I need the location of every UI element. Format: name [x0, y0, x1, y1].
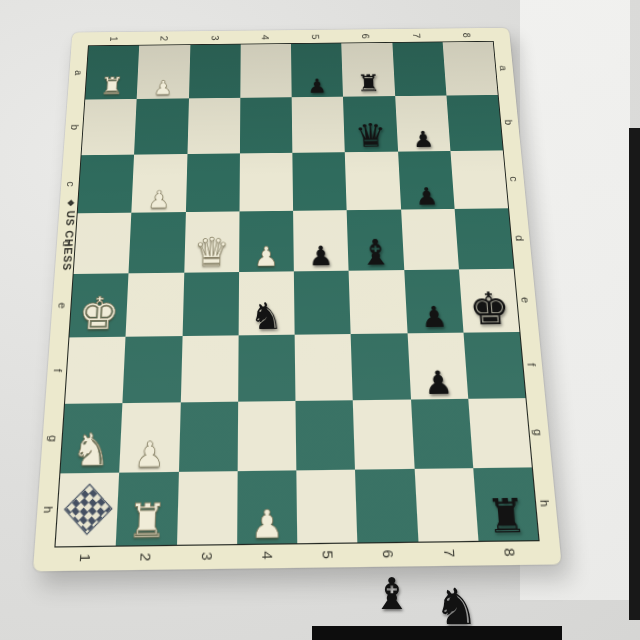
square-b6[interactable]: ♛: [343, 96, 397, 152]
square-f2[interactable]: [123, 336, 182, 403]
square-g5[interactable]: [295, 400, 355, 470]
black-rook-h8[interactable]: ♜: [475, 494, 538, 539]
black-pawn-a5[interactable]: ♟: [291, 77, 343, 96]
square-d1[interactable]: [74, 213, 132, 274]
square-f7[interactable]: ♟: [407, 333, 468, 400]
black-king-e8[interactable]: ♚: [460, 288, 519, 331]
square-e4[interactable]: ♞: [238, 271, 294, 335]
us-chess-corner-emblem: [65, 485, 111, 533]
square-h6[interactable]: [355, 469, 418, 543]
square-e5[interactable]: [294, 271, 351, 335]
white-king-e1[interactable]: ♚: [69, 293, 127, 336]
square-e7[interactable]: ♟: [404, 269, 463, 333]
square-f1[interactable]: [65, 337, 126, 404]
square-c2[interactable]: ♟: [132, 154, 187, 213]
scene: 12345678 12345678 abcdefgh abcdefgh ❖US …: [0, 0, 640, 640]
square-b7[interactable]: ♟: [395, 96, 450, 152]
chess-board: 12345678 12345678 abcdefgh abcdefgh ❖US …: [33, 28, 562, 572]
white-rook-a1[interactable]: ♜: [85, 76, 138, 99]
black-pawn-d5[interactable]: ♟: [294, 244, 349, 270]
square-b3[interactable]: [187, 98, 240, 154]
white-pawn-d4[interactable]: ♟: [239, 245, 294, 271]
square-a8[interactable]: [442, 42, 497, 96]
square-c6[interactable]: [345, 152, 401, 211]
white-queen-d3[interactable]: ♛: [184, 234, 239, 272]
square-e2[interactable]: [126, 273, 184, 337]
square-e1[interactable]: ♚: [69, 273, 128, 337]
square-a6[interactable]: ♜: [341, 43, 394, 97]
square-f5[interactable]: [295, 334, 353, 401]
square-f4[interactable]: [238, 335, 296, 402]
square-h5[interactable]: [296, 470, 357, 544]
square-b5[interactable]: [292, 97, 345, 153]
white-pawn-h4[interactable]: ♟: [237, 505, 297, 543]
square-f8[interactable]: [463, 332, 525, 399]
square-g6[interactable]: [353, 400, 414, 470]
square-c7[interactable]: ♟: [398, 151, 455, 210]
square-c4[interactable]: [239, 153, 293, 212]
black-pawn-c7[interactable]: ♟: [399, 185, 454, 208]
captured-black-bishop[interactable]: ♝: [372, 572, 411, 616]
square-a1[interactable]: ♜: [85, 46, 139, 100]
table-edge-strip: [629, 128, 640, 620]
board-grid: ♜♟♟♜♛♟♟♟♛♟♟♝♚♞♟♚♟♞♟♜♟♜: [56, 42, 539, 547]
square-a2[interactable]: ♟: [137, 45, 190, 99]
square-c3[interactable]: [185, 153, 239, 212]
black-pawn-b7[interactable]: ♟: [396, 129, 450, 150]
square-c1[interactable]: [78, 155, 135, 214]
square-g1[interactable]: ♞: [60, 403, 122, 473]
square-h8[interactable]: ♜: [473, 467, 538, 540]
square-b8[interactable]: [446, 95, 503, 151]
square-g7[interactable]: [411, 399, 473, 469]
square-g3[interactable]: [178, 402, 237, 472]
square-f3[interactable]: [180, 335, 238, 402]
square-h1[interactable]: [56, 473, 120, 547]
captured-black-knight[interactable]: ♞: [434, 582, 479, 632]
white-pawn-g2[interactable]: ♟: [119, 437, 179, 471]
square-g8[interactable]: [468, 398, 532, 468]
square-e3[interactable]: [182, 272, 239, 336]
square-h7[interactable]: [414, 468, 478, 541]
us-chess-logo-icon: ❖: [66, 199, 76, 207]
black-pawn-f7[interactable]: ♟: [409, 367, 468, 399]
square-a4[interactable]: [240, 44, 292, 98]
square-b2[interactable]: [134, 98, 188, 154]
square-e6[interactable]: [349, 270, 407, 334]
white-pawn-c2[interactable]: ♟: [132, 188, 186, 211]
black-knight-e4[interactable]: ♞: [238, 299, 294, 335]
square-d8[interactable]: [454, 208, 513, 269]
white-pawn-a2[interactable]: ♟: [137, 79, 189, 98]
square-b4[interactable]: [240, 97, 293, 153]
square-d4[interactable]: ♟: [239, 211, 294, 272]
square-a7[interactable]: [392, 42, 446, 96]
square-b1[interactable]: [82, 99, 137, 155]
black-queen-b6[interactable]: ♛: [344, 120, 398, 151]
square-h4[interactable]: ♟: [237, 470, 297, 544]
square-d5[interactable]: ♟: [293, 210, 349, 271]
square-c8[interactable]: [450, 150, 508, 209]
square-d6[interactable]: ♝: [347, 210, 404, 271]
black-bishop-d6[interactable]: ♝: [348, 236, 404, 270]
square-f6[interactable]: [351, 333, 411, 400]
square-c5[interactable]: [292, 152, 347, 211]
black-pawn-e7[interactable]: ♟: [406, 304, 464, 332]
square-a3[interactable]: [189, 44, 241, 98]
square-g4[interactable]: [237, 401, 296, 471]
black-rook-a6[interactable]: ♜: [342, 73, 394, 96]
square-h2[interactable]: ♜: [116, 472, 178, 546]
square-d3[interactable]: ♛: [184, 211, 239, 272]
white-knight-g1[interactable]: ♞: [60, 429, 121, 472]
square-h3[interactable]: [176, 471, 237, 545]
square-d2[interactable]: [129, 212, 186, 273]
square-e8[interactable]: ♚: [459, 269, 520, 333]
square-d7[interactable]: [401, 209, 459, 270]
square-g2[interactable]: ♟: [119, 402, 180, 472]
white-rook-h2[interactable]: ♜: [116, 499, 178, 545]
square-a5[interactable]: ♟: [291, 43, 343, 97]
